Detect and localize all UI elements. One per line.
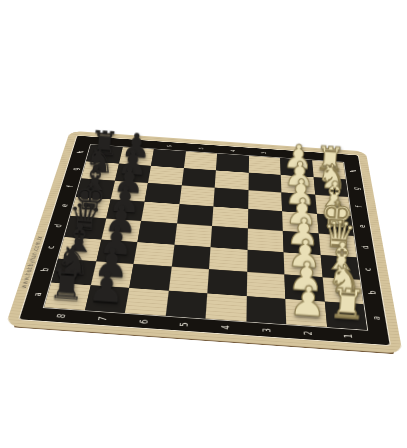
square-g4: [215, 170, 249, 190]
square-a4: [206, 293, 247, 321]
square-d3: [247, 228, 284, 252]
square-a1: ♜: [324, 301, 367, 330]
square-e5: [177, 204, 214, 226]
square-c6: [134, 242, 174, 267]
square-f6: [145, 183, 182, 204]
square-g5: [181, 168, 216, 188]
piece-white-pawn-a2: ♟: [288, 280, 327, 323]
piece-black-pawn-a7: ♟: [87, 266, 126, 309]
square-e6: [141, 201, 179, 223]
board-panel: www.hobbyhan.com.tr 87654321 87654321 hg…: [5, 131, 402, 354]
square-b4: [207, 269, 246, 296]
square-a5: [165, 290, 207, 318]
board-perspective: www.hobbyhan.com.tr 87654321 87654321 hg…: [5, 131, 402, 354]
square-d6: [137, 221, 176, 244]
square-d5: [174, 224, 212, 247]
square-f3: [248, 190, 282, 211]
square-a8: ♜: [44, 282, 90, 310]
board-frame: 87654321 87654321 hgfedcba hgfedcba ♜♟♟♜…: [19, 136, 389, 345]
square-e3: [247, 209, 282, 231]
square-g6: [148, 166, 184, 186]
square-a7: ♟: [84, 285, 129, 313]
square-b5: [168, 267, 209, 293]
square-c5: [171, 244, 210, 269]
square-c4: [209, 247, 247, 272]
piece-white-rook-a1: ♜: [328, 283, 367, 326]
square-f4: [213, 188, 248, 209]
square-a2: ♟: [285, 299, 326, 327]
square-a3: [246, 296, 286, 324]
product-photo: www.hobbyhan.com.tr 87654321 87654321 hg…: [0, 0, 407, 448]
coord-near-8: 8: [39, 308, 83, 324]
square-f5: [179, 185, 215, 206]
square-e4: [212, 206, 248, 228]
square-d4: [211, 226, 248, 250]
square-a6: [125, 288, 168, 316]
square-b3: [246, 272, 285, 299]
piece-black-rook-a8: ♜: [47, 264, 86, 307]
square-b6: [129, 264, 171, 290]
square-c3: [247, 250, 285, 275]
square-g3: [248, 172, 281, 192]
board-field: ♜♟♟♜♞♟♟♞♝♟♟♝♚♟♟♚♛♟♟♛♝♟♟♝♞♟♟♞♜♟♟♜: [43, 144, 368, 330]
